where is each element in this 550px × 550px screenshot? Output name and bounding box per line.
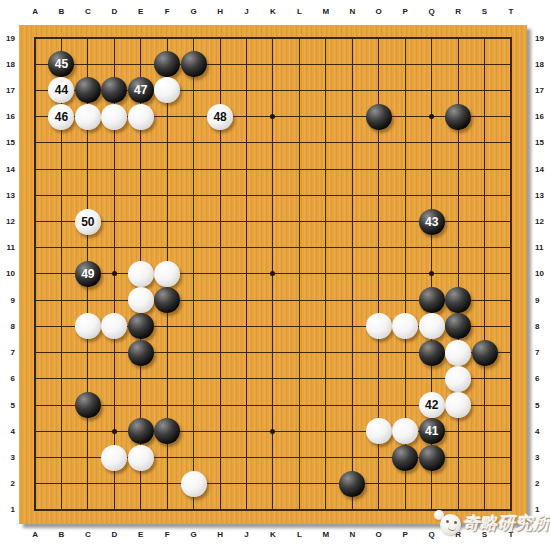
coord-top-s: S	[471, 7, 497, 19]
stone-white-r5	[445, 392, 471, 418]
move-number-45: 45	[55, 58, 68, 70]
coord-top-d: D	[101, 7, 127, 19]
stone-black-g18	[181, 51, 207, 77]
move-number-41: 41	[425, 425, 438, 437]
stone-white-e16	[128, 104, 154, 130]
stone-white-e10	[128, 261, 154, 287]
move-number-44: 44	[55, 84, 68, 96]
coord-bottom-b: B	[48, 530, 74, 542]
grid-line-horizontal	[34, 378, 512, 379]
coord-right-8: 8	[535, 313, 539, 339]
coord-top-t: T	[498, 7, 524, 19]
coord-right-12: 12	[535, 208, 544, 234]
stone-black-n2	[339, 471, 365, 497]
coord-right-9: 9	[535, 287, 539, 313]
stone-black-q7	[419, 340, 445, 366]
stone-black-q3	[419, 445, 445, 471]
stone-white-d3	[101, 445, 127, 471]
stone-white-p4	[392, 418, 418, 444]
stone-white-d16	[101, 104, 127, 130]
stone-black-b18: 45	[48, 51, 74, 77]
coord-left-13: 13	[6, 182, 15, 208]
coord-top-h: H	[207, 7, 233, 19]
stone-white-o4	[366, 418, 392, 444]
stone-black-c17	[75, 77, 101, 103]
grid-line-vertical	[325, 37, 326, 511]
coord-left-2: 2	[11, 471, 15, 497]
stone-black-s7	[472, 340, 498, 366]
stone-black-e7	[128, 340, 154, 366]
stone-black-d17	[101, 77, 127, 103]
coord-left-3: 3	[11, 444, 15, 470]
coord-right-5: 5	[535, 392, 539, 418]
coord-top-m: M	[313, 7, 339, 19]
stone-black-e4	[128, 418, 154, 444]
stone-black-e8	[128, 313, 154, 339]
coord-top-g: G	[180, 7, 206, 19]
stone-black-c10: 49	[75, 261, 101, 287]
coord-right-19: 19	[535, 25, 544, 51]
coord-right-16: 16	[535, 104, 544, 130]
coord-left-9: 9	[11, 287, 15, 313]
move-number-46: 46	[55, 111, 68, 123]
star-point-q16	[429, 114, 434, 119]
stone-black-q4: 41	[419, 418, 445, 444]
coord-left-19: 19	[6, 25, 15, 51]
stone-white-q5: 42	[419, 392, 445, 418]
grid-line-vertical	[352, 37, 353, 511]
coord-right-18: 18	[535, 51, 544, 77]
stone-black-c5	[75, 392, 101, 418]
coord-top-c: C	[75, 7, 101, 19]
coord-bottom-c: C	[75, 530, 101, 542]
coord-right-3: 3	[535, 444, 539, 470]
coordinate-labels-top: ABCDEFGHJKLMNOPQRST	[22, 7, 524, 19]
stone-black-r8	[445, 313, 471, 339]
coord-right-17: 17	[535, 77, 544, 103]
coord-bottom-g: G	[180, 530, 206, 542]
coord-left-16: 16	[6, 104, 15, 130]
coord-bottom-d: D	[101, 530, 127, 542]
coord-bottom-o: O	[365, 530, 391, 542]
move-number-50: 50	[81, 216, 94, 228]
coord-left-18: 18	[6, 51, 15, 77]
coord-top-j: J	[233, 7, 259, 19]
coord-bottom-e: E	[128, 530, 154, 542]
stone-white-b17: 44	[48, 77, 74, 103]
coord-top-r: R	[445, 7, 471, 19]
move-number-47: 47	[134, 84, 147, 96]
chat-face-big-bubble	[440, 514, 461, 535]
move-number-43: 43	[425, 216, 438, 228]
chat-face-eye	[454, 521, 457, 524]
coord-right-10: 10	[535, 261, 544, 287]
stone-white-e3	[128, 445, 154, 471]
coord-right-6: 6	[535, 366, 539, 392]
stone-white-c8	[75, 313, 101, 339]
star-point-k4	[270, 429, 275, 434]
stone-white-f17	[154, 77, 180, 103]
coord-left-6: 6	[11, 366, 15, 392]
coord-left-4: 4	[11, 418, 15, 444]
star-point-k10	[270, 271, 275, 276]
coord-right-2: 2	[535, 471, 539, 497]
watermark-text: 奇略研究所	[463, 512, 550, 535]
stone-white-d8	[101, 313, 127, 339]
stone-white-h16: 48	[207, 104, 233, 130]
stone-white-g2	[181, 471, 207, 497]
coord-left-15: 15	[6, 130, 15, 156]
coord-bottom-h: H	[207, 530, 233, 542]
stone-white-c16	[75, 104, 101, 130]
coord-bottom-p: P	[392, 530, 418, 542]
coord-left-8: 8	[11, 313, 15, 339]
move-number-49: 49	[81, 268, 94, 280]
star-point-q10	[429, 271, 434, 276]
coord-bottom-f: F	[154, 530, 180, 542]
coordinate-labels-right: 19181716151413121110987654321	[533, 25, 550, 524]
coord-left-14: 14	[6, 156, 15, 182]
stone-black-f9	[154, 287, 180, 313]
grid-line-vertical	[510, 37, 512, 511]
coord-bottom-n: N	[339, 530, 365, 542]
star-point-d10	[112, 271, 117, 276]
coord-left-1: 1	[11, 497, 15, 523]
coord-left-7: 7	[11, 340, 15, 366]
coord-right-4: 4	[535, 418, 539, 444]
coord-right-14: 14	[535, 156, 544, 182]
stone-white-p8	[392, 313, 418, 339]
chat-face-eye	[446, 520, 449, 523]
stone-white-r7	[445, 340, 471, 366]
coord-left-12: 12	[6, 208, 15, 234]
grid-line-vertical	[299, 37, 300, 511]
stone-white-c12: 50	[75, 209, 101, 235]
coord-right-7: 7	[535, 340, 539, 366]
coord-top-a: A	[22, 7, 48, 19]
stone-black-r16	[445, 104, 471, 130]
coord-left-17: 17	[6, 77, 15, 103]
coord-bottom-k: K	[260, 530, 286, 542]
stone-black-o16	[366, 104, 392, 130]
stone-white-b16: 46	[48, 104, 74, 130]
chat-face-icon	[433, 508, 463, 538]
coord-left-10: 10	[6, 261, 15, 287]
coord-right-15: 15	[535, 130, 544, 156]
stone-black-q9	[419, 287, 445, 313]
grid-line-horizontal	[34, 483, 512, 484]
move-number-48: 48	[213, 111, 226, 123]
go-board: 45474349414446485042	[19, 25, 527, 524]
coord-bottom-l: L	[286, 530, 312, 542]
grid-line-vertical	[484, 37, 485, 511]
coord-top-k: K	[260, 7, 286, 19]
stone-white-q8	[419, 313, 445, 339]
stone-white-e9	[128, 287, 154, 313]
move-number-42: 42	[425, 399, 438, 411]
coordinate-labels-left: 19181716151413121110987654321	[0, 25, 17, 524]
stone-black-r9	[445, 287, 471, 313]
coord-bottom-j: J	[233, 530, 259, 542]
coord-top-p: P	[392, 7, 418, 19]
coord-top-q: Q	[418, 7, 444, 19]
coord-top-b: B	[48, 7, 74, 19]
go-diagram-page: ABCDEFGHJKLMNOPQRST ABCDEFGHJKLMNOPQRST …	[0, 0, 550, 550]
coord-left-5: 5	[11, 392, 15, 418]
coord-right-11: 11	[535, 235, 543, 261]
coord-bottom-m: M	[313, 530, 339, 542]
coord-top-n: N	[339, 7, 365, 19]
stone-white-r6	[445, 366, 471, 392]
coord-left-11: 11	[7, 235, 15, 261]
stone-black-f4	[154, 418, 180, 444]
coord-right-13: 13	[535, 182, 544, 208]
coord-top-f: F	[154, 7, 180, 19]
stone-white-f10	[154, 261, 180, 287]
stone-black-f18	[154, 51, 180, 77]
coord-top-l: L	[286, 7, 312, 19]
coord-bottom-a: A	[22, 530, 48, 542]
watermark: 奇略研究所	[433, 508, 550, 538]
coord-top-e: E	[128, 7, 154, 19]
stone-black-q12: 43	[419, 209, 445, 235]
stone-white-o8	[366, 313, 392, 339]
stone-black-p3	[392, 445, 418, 471]
star-point-d4	[112, 429, 117, 434]
star-point-k16	[270, 114, 275, 119]
stone-black-e17: 47	[128, 77, 154, 103]
coord-top-o: O	[365, 7, 391, 19]
